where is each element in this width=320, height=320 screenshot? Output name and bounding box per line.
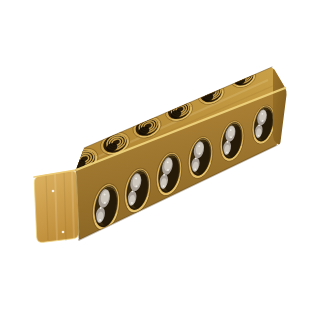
- product-photo-brass-terminal-block: [0, 0, 320, 320]
- dust-speck: [52, 190, 55, 193]
- dust-speck: [62, 231, 65, 234]
- image-canvas: [0, 0, 320, 320]
